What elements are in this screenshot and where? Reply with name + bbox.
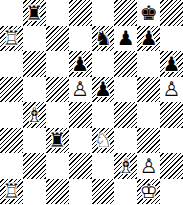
square-a1[interactable]: ♜♖ [0,179,23,205]
piece-white-bishop: ♝♗ [24,105,44,125]
piece-glyph: ♖ [1,181,21,201]
square-e1[interactable] [92,179,115,205]
square-b1[interactable] [23,179,46,205]
piece-black-pawn: ♟♟ [70,54,90,74]
square-c4[interactable] [46,102,69,128]
square-d5[interactable]: ♟♙ [69,77,92,103]
square-e5[interactable]: ♟♟ [92,77,115,103]
square-f5[interactable] [114,77,137,103]
square-b6[interactable] [23,51,46,77]
square-f3[interactable] [114,128,137,154]
square-f1[interactable] [114,179,137,205]
piece-glyph: ♟ [162,54,182,74]
piece-white-bishop: ♝♗ [116,156,136,176]
piece-black-pawn: ♟♟ [139,28,159,48]
piece-glyph: ♚ [139,3,159,23]
piece-glyph: ♞ [93,28,113,48]
square-c3[interactable]: ♜♜ [46,128,69,154]
square-h4[interactable] [160,102,183,128]
piece-white-pawn: ♟♙ [70,79,90,99]
piece-white-pawn: ♟♙ [162,79,182,99]
piece-white-rook: ♜♖ [1,28,21,48]
piece-black-pawn: ♟♟ [116,28,136,48]
square-d8[interactable] [69,0,92,26]
square-c2[interactable] [46,153,69,179]
piece-white-king: ♚♔ [139,181,159,201]
square-f2[interactable]: ♝♗ [114,153,137,179]
square-g5[interactable] [137,77,160,103]
square-b7[interactable] [23,26,46,52]
square-f8[interactable] [114,0,137,26]
square-b4[interactable]: ♝♗ [23,102,46,128]
square-h8[interactable] [160,0,183,26]
square-d4[interactable] [69,102,92,128]
square-a5[interactable] [0,77,23,103]
square-a4[interactable] [0,102,23,128]
piece-white-pawn: ♟♙ [139,156,159,176]
square-c6[interactable] [46,51,69,77]
square-g4[interactable] [137,102,160,128]
piece-black-pawn: ♟♟ [93,79,113,99]
piece-glyph: ♙ [139,156,159,176]
square-b5[interactable] [23,77,46,103]
piece-white-rook: ♜♖ [1,181,21,201]
square-d6[interactable]: ♟♟ [69,51,92,77]
piece-glyph: ♙ [162,79,182,99]
square-h1[interactable] [160,179,183,205]
piece-black-rook: ♜♜ [24,3,44,23]
piece-glyph: ♙ [70,79,90,99]
piece-glyph: ♔ [139,181,159,201]
piece-glyph: ♟ [93,79,113,99]
square-g8[interactable]: ♚♚ [137,0,160,26]
square-c5[interactable] [46,77,69,103]
piece-black-rook: ♜♜ [47,130,67,150]
piece-glyph: ♘ [93,130,113,150]
square-a7[interactable]: ♜♖ [0,26,23,52]
piece-glyph: ♟ [139,28,159,48]
square-e7[interactable]: ♞♞ [92,26,115,52]
square-a2[interactable] [0,153,23,179]
square-a6[interactable] [0,51,23,77]
square-h7[interactable] [160,26,183,52]
piece-glyph: ♖ [1,28,21,48]
square-d3[interactable] [69,128,92,154]
piece-glyph: ♗ [116,156,136,176]
square-h3[interactable] [160,128,183,154]
square-b2[interactable] [23,153,46,179]
piece-glyph: ♟ [70,54,90,74]
square-f7[interactable]: ♟♟ [114,26,137,52]
square-h2[interactable] [160,153,183,179]
square-b8[interactable]: ♜♜ [23,0,46,26]
square-f6[interactable] [114,51,137,77]
square-g7[interactable]: ♟♟ [137,26,160,52]
piece-black-knight: ♞♞ [93,28,113,48]
square-g6[interactable] [137,51,160,77]
square-g1[interactable]: ♚♔ [137,179,160,205]
square-a8[interactable] [0,0,23,26]
square-d2[interactable] [69,153,92,179]
square-e4[interactable] [92,102,115,128]
square-d1[interactable] [69,179,92,205]
square-h6[interactable]: ♟♟ [160,51,183,77]
square-c7[interactable] [46,26,69,52]
square-g2[interactable]: ♟♙ [137,153,160,179]
square-d7[interactable] [69,26,92,52]
square-e2[interactable] [92,153,115,179]
square-f4[interactable] [114,102,137,128]
square-h5[interactable]: ♟♙ [160,77,183,103]
square-e6[interactable] [92,51,115,77]
square-e3[interactable]: ♞♘ [92,128,115,154]
piece-glyph: ♜ [24,3,44,23]
piece-black-pawn: ♟♟ [162,54,182,74]
piece-white-knight: ♞♘ [93,130,113,150]
piece-glyph: ♟ [116,28,136,48]
piece-glyph: ♗ [24,105,44,125]
square-c1[interactable] [46,179,69,205]
piece-glyph: ♜ [47,130,67,150]
square-b3[interactable] [23,128,46,154]
square-c8[interactable] [46,0,69,26]
square-a3[interactable] [0,128,23,154]
square-g3[interactable] [137,128,160,154]
chess-board: ♜♜♚♚♜♖♞♞♟♟♟♟♟♟♟♟♟♙♟♟♟♙♝♗♜♜♞♘♝♗♟♙♜♖♚♔ [0,0,183,204]
square-e8[interactable] [92,0,115,26]
piece-black-king: ♚♚ [139,3,159,23]
